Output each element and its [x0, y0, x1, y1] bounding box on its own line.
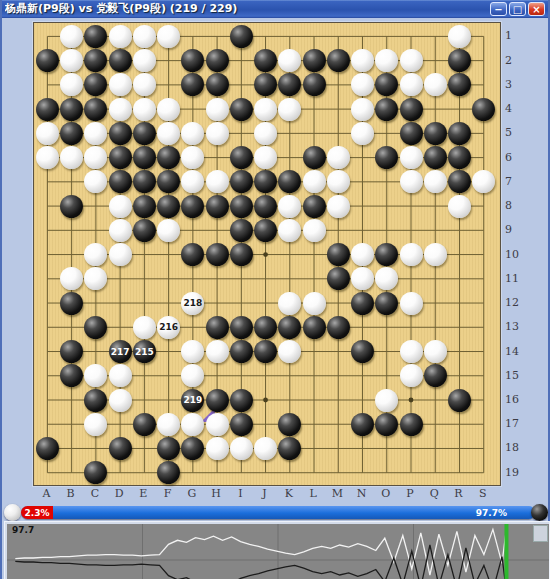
white-stone-J6 — [254, 146, 277, 169]
white-stone-D1 — [109, 25, 132, 48]
black-stone-N17 — [351, 413, 374, 436]
row-label-7: 7 — [505, 174, 512, 187]
white-stone-L7 — [303, 170, 326, 193]
black-stone-I4 — [230, 98, 253, 121]
row-label-15: 15 — [505, 368, 519, 381]
black-stone-R16 — [448, 389, 471, 412]
row-label-2: 2 — [505, 53, 512, 66]
black-stone-I14 — [230, 340, 253, 363]
column-label-G: G — [187, 487, 196, 500]
white-stone-E2 — [133, 49, 156, 72]
white-stone-F4 — [157, 98, 180, 121]
black-stone-C16 — [84, 389, 107, 412]
black-stone-E9 — [133, 219, 156, 242]
column-label-I: I — [238, 487, 242, 500]
white-stone-M8 — [327, 195, 350, 218]
graph-current-value: 97.7 — [12, 525, 34, 535]
column-label-H: H — [211, 487, 221, 500]
row-label-17: 17 — [505, 417, 519, 430]
black-stone-L3 — [303, 73, 326, 96]
white-stone-H5 — [206, 122, 229, 145]
black-stone-H3 — [206, 73, 229, 96]
black-stone-L8 — [303, 195, 326, 218]
white-stone-H4 — [206, 98, 229, 121]
black-stone-C13 — [84, 316, 107, 339]
white-stone-F1 — [157, 25, 180, 48]
white-stone-P12 — [400, 292, 423, 315]
winrate-bar: 2.3% 97.7% — [4, 504, 550, 521]
white-stone-P2 — [400, 49, 423, 72]
black-stone-H10 — [206, 243, 229, 266]
black-stone-F8 — [157, 195, 180, 218]
black-stone-I16 — [230, 389, 253, 412]
go-app-window: 杨鼎新(P9段) vs 党毅飞(P9段) (219 / 229) − □ × 2… — [0, 0, 550, 579]
black-stone-O12 — [375, 292, 398, 315]
close-button[interactable]: × — [528, 2, 545, 16]
row-label-14: 14 — [505, 344, 519, 357]
black-stone-F18 — [157, 437, 180, 460]
black-winrate-value: 97.7% — [53, 506, 535, 519]
column-label-S: S — [479, 487, 487, 500]
white-stone-F9 — [157, 219, 180, 242]
black-stone-B5 — [60, 122, 83, 145]
white-stone-P3 — [400, 73, 423, 96]
column-label-O: O — [381, 487, 390, 500]
black-player-ball-icon — [531, 504, 548, 521]
white-stone-D15 — [109, 364, 132, 387]
column-label-F: F — [164, 487, 172, 500]
white-stone-D10 — [109, 243, 132, 266]
column-label-N: N — [357, 487, 367, 500]
white-stone-D4 — [109, 98, 132, 121]
white-stone-M7 — [327, 170, 350, 193]
move-number-label: 218 — [183, 298, 202, 308]
black-stone-P17 — [400, 413, 423, 436]
white-stone-M6 — [327, 146, 350, 169]
row-label-6: 6 — [505, 150, 512, 163]
white-stone-Q7 — [424, 170, 447, 193]
white-stone-R1 — [448, 25, 471, 48]
black-stone-D2 — [109, 49, 132, 72]
black-stone-I1 — [230, 25, 253, 48]
black-stone-A18 — [36, 437, 59, 460]
row-label-1: 1 — [505, 29, 512, 42]
white-stone-Q10 — [424, 243, 447, 266]
white-stone-H17 — [206, 413, 229, 436]
black-stone-A2 — [36, 49, 59, 72]
white-stone-Q14 — [424, 340, 447, 363]
white-stone-D9 — [109, 219, 132, 242]
white-stone-E1 — [133, 25, 156, 48]
black-stone-Q6 — [424, 146, 447, 169]
white-stone-H7 — [206, 170, 229, 193]
move-number-label: 215 — [135, 347, 154, 357]
maximize-button[interactable]: □ — [509, 2, 526, 16]
row-label-12: 12 — [505, 296, 519, 309]
black-stone-E5 — [133, 122, 156, 145]
black-stone-H8 — [206, 195, 229, 218]
black-stone-D5 — [109, 122, 132, 145]
black-stone-I9 — [230, 219, 253, 242]
black-stone-B8 — [60, 195, 83, 218]
white-stone-E4 — [133, 98, 156, 121]
black-stone-L6 — [303, 146, 326, 169]
black-stone-D7 — [109, 170, 132, 193]
white-stone-P14 — [400, 340, 423, 363]
white-stone-K12 — [278, 292, 301, 315]
white-stone-L9 — [303, 219, 326, 242]
minimize-button[interactable]: − — [490, 2, 507, 16]
move-number-label: 217 — [111, 347, 130, 357]
winrate-curves — [7, 524, 549, 579]
white-stone-K9 — [278, 219, 301, 242]
white-stone-H14 — [206, 340, 229, 363]
white-stone-K8 — [278, 195, 301, 218]
row-label-10: 10 — [505, 247, 519, 260]
black-stone-A4 — [36, 98, 59, 121]
white-stone-J5 — [254, 122, 277, 145]
white-stone-J18 — [254, 437, 277, 460]
white-stone-Q3 — [424, 73, 447, 96]
column-label-E: E — [139, 487, 147, 500]
black-stone-O17 — [375, 413, 398, 436]
black-stone-P5 — [400, 122, 423, 145]
white-stone-L12 — [303, 292, 326, 315]
black-stone-J8 — [254, 195, 277, 218]
black-stone-C4 — [84, 98, 107, 121]
white-stone-D16 — [109, 389, 132, 412]
black-stone-N12 — [351, 292, 374, 315]
black-stone-H13 — [206, 316, 229, 339]
go-board[interactable]: 218216217215219 — [33, 22, 501, 486]
white-stone-H18 — [206, 437, 229, 460]
column-label-L: L — [309, 487, 316, 500]
black-stone-J13 — [254, 316, 277, 339]
column-label-A: A — [42, 487, 50, 500]
row-label-5: 5 — [505, 126, 512, 139]
white-stone-P6 — [400, 146, 423, 169]
winrate-track: 2.3% 97.7% — [21, 506, 535, 519]
black-stone-G8 — [181, 195, 204, 218]
white-stone-G17 — [181, 413, 204, 436]
white-stone-D3 — [109, 73, 132, 96]
row-label-3: 3 — [505, 77, 512, 90]
row-label-8: 8 — [505, 199, 512, 212]
row-label-18: 18 — [505, 441, 519, 454]
white-stone-F13: 216 — [157, 316, 180, 339]
black-stone-D14: 217 — [109, 340, 132, 363]
winrate-graph-panel[interactable]: 97.7 — [4, 521, 550, 579]
row-label-4: 4 — [505, 102, 512, 115]
row-label-9: 9 — [505, 223, 512, 236]
black-stone-D18 — [109, 437, 132, 460]
white-stone-I18 — [230, 437, 253, 460]
white-stone-F5 — [157, 122, 180, 145]
move-number-label: 219 — [183, 395, 202, 405]
black-stone-I10 — [230, 243, 253, 266]
move-number-label: 216 — [159, 322, 178, 332]
column-label-C: C — [91, 487, 99, 500]
black-stone-R5 — [448, 122, 471, 145]
white-stone-R8 — [448, 195, 471, 218]
white-stone-F17 — [157, 413, 180, 436]
black-stone-I6 — [230, 146, 253, 169]
white-stone-N10 — [351, 243, 374, 266]
black-stone-J14 — [254, 340, 277, 363]
black-stone-Q15 — [424, 364, 447, 387]
white-winrate-value: 2.3% — [21, 506, 53, 519]
white-stone-P15 — [400, 364, 423, 387]
row-label-16: 16 — [505, 393, 519, 406]
black-stone-L2 — [303, 49, 326, 72]
black-stone-M11 — [327, 267, 350, 290]
row-label-11: 11 — [505, 271, 519, 284]
white-stone-P10 — [400, 243, 423, 266]
column-label-R: R — [454, 487, 462, 500]
white-stone-P7 — [400, 170, 423, 193]
white-stone-O16 — [375, 389, 398, 412]
white-stone-A5 — [36, 122, 59, 145]
black-stone-M2 — [327, 49, 350, 72]
black-stone-R6 — [448, 146, 471, 169]
black-stone-J9 — [254, 219, 277, 242]
white-stone-B1 — [60, 25, 83, 48]
black-stone-P4 — [400, 98, 423, 121]
row-label-13: 13 — [505, 320, 519, 333]
black-stone-D6 — [109, 146, 132, 169]
black-stone-E17 — [133, 413, 156, 436]
white-stone-A6 — [36, 146, 59, 169]
column-label-K: K — [285, 487, 293, 500]
white-stone-C17 — [84, 413, 107, 436]
row-label-19: 19 — [505, 465, 519, 478]
black-stone-K13 — [278, 316, 301, 339]
window-title: 杨鼎新(P9段) vs 党毅飞(P9段) (219 / 229) — [5, 0, 488, 18]
black-stone-H2 — [206, 49, 229, 72]
white-stone-N2 — [351, 49, 374, 72]
white-stone-D8 — [109, 195, 132, 218]
title-bar: 杨鼎新(P9段) vs 党毅飞(P9段) (219 / 229) − □ × — [2, 0, 548, 18]
black-stone-M13 — [327, 316, 350, 339]
black-stone-K17 — [278, 413, 301, 436]
black-stone-I13 — [230, 316, 253, 339]
black-stone-B4 — [60, 98, 83, 121]
column-label-J: J — [262, 487, 266, 500]
winrate-plot[interactable]: 97.7 — [7, 524, 549, 579]
white-stone-N4 — [351, 98, 374, 121]
white-stone-G12: 218 — [181, 292, 204, 315]
column-label-Q: Q — [430, 487, 439, 500]
white-stone-N5 — [351, 122, 374, 145]
column-label-P: P — [406, 487, 413, 500]
black-stone-Q5 — [424, 122, 447, 145]
black-stone-E14: 215 — [133, 340, 156, 363]
black-stone-N14 — [351, 340, 374, 363]
white-stone-K4 — [278, 98, 301, 121]
black-stone-I8 — [230, 195, 253, 218]
column-label-M: M — [332, 487, 343, 500]
black-stone-M10 — [327, 243, 350, 266]
black-stone-B12 — [60, 292, 83, 315]
graph-corner-block — [533, 525, 548, 542]
black-stone-I17 — [230, 413, 253, 436]
black-stone-E6 — [133, 146, 156, 169]
black-stone-O4 — [375, 98, 398, 121]
white-player-ball-icon — [4, 504, 21, 521]
black-stone-B14 — [60, 340, 83, 363]
black-stone-E8 — [133, 195, 156, 218]
black-stone-L13 — [303, 316, 326, 339]
white-stone-E13 — [133, 316, 156, 339]
black-stone-H16 — [206, 389, 229, 412]
white-stone-J4 — [254, 98, 277, 121]
column-label-B: B — [67, 487, 75, 500]
black-stone-S4 — [472, 98, 495, 121]
black-stone-R2 — [448, 49, 471, 72]
black-stone-I7 — [230, 170, 253, 193]
column-label-D: D — [115, 487, 124, 500]
